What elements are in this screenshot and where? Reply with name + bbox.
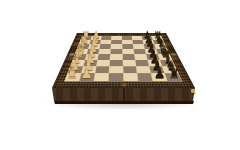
piece-black-pawn-b7[interactable]: ♟ (144, 34, 153, 44)
piece-white-rook-a1[interactable]: ♜ (82, 30, 90, 39)
piece-white-bishop-f1[interactable]: ♝ (72, 54, 83, 66)
piece-black-rook-h8[interactable]: ♜ (168, 67, 180, 80)
piece-white-pawn-b2[interactable]: ♟ (91, 34, 100, 44)
piece-white-pawn-e2[interactable]: ♟ (87, 48, 97, 59)
piece-black-pawn-g7[interactable]: ♟ (152, 60, 163, 72)
piece-white-knight-g1[interactable]: ♞ (69, 60, 80, 72)
piece-black-knight-b8[interactable]: ♞ (155, 34, 164, 44)
piece-black-pawn-d7[interactable]: ♟ (147, 43, 156, 54)
piece-white-pawn-f2[interactable]: ♟ (85, 54, 96, 66)
piece-white-queen-d1[interactable]: ♛ (76, 43, 85, 54)
piece-white-king-e1[interactable]: ♚ (74, 48, 84, 59)
chess-set-photo: ♜♟♟♜♞♟♟♞♝♟♟♝♛♟♟♛♚♟♟♚♝♟♟♝♞♟♟♞♜♟♟♜ (0, 0, 240, 150)
piece-white-pawn-h2[interactable]: ♟ (81, 67, 93, 80)
piece-black-king-e8[interactable]: ♚ (161, 48, 171, 59)
piece-white-pawn-c2[interactable]: ♟ (89, 38, 98, 48)
piece-black-pawn-f7[interactable]: ♟ (150, 54, 161, 66)
piece-black-knight-g8[interactable]: ♞ (165, 60, 176, 72)
piece-black-pawn-a7[interactable]: ♟ (143, 30, 151, 39)
piece-white-pawn-a2[interactable]: ♟ (92, 30, 100, 39)
piece-black-pawn-e7[interactable]: ♟ (148, 48, 158, 59)
piece-black-pawn-h7[interactable]: ♟ (154, 67, 166, 80)
piece-black-bishop-f8[interactable]: ♝ (163, 54, 174, 66)
piece-black-bishop-c8[interactable]: ♝ (157, 38, 166, 48)
pieces-layer: ♜♟♟♜♞♟♟♞♝♟♟♝♛♟♟♛♚♟♟♚♝♟♟♝♞♟♟♞♜♟♟♜ (0, 0, 240, 150)
piece-white-pawn-d2[interactable]: ♟ (88, 43, 97, 54)
piece-black-rook-a8[interactable]: ♜ (153, 30, 161, 39)
piece-black-queen-d8[interactable]: ♛ (159, 43, 168, 54)
piece-white-pawn-g2[interactable]: ♟ (83, 60, 94, 72)
piece-white-knight-b1[interactable]: ♞ (80, 34, 89, 44)
piece-black-pawn-c7[interactable]: ♟ (145, 38, 154, 48)
piece-white-bishop-c1[interactable]: ♝ (78, 38, 87, 48)
piece-white-rook-h1[interactable]: ♜ (66, 67, 78, 80)
